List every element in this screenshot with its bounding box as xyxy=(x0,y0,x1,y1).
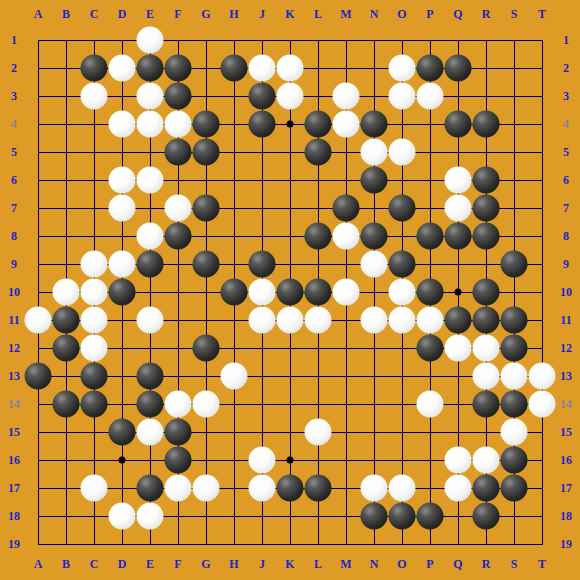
intersection-P10[interactable] xyxy=(416,278,444,306)
intersection-H16[interactable] xyxy=(220,446,248,474)
intersection-O10[interactable] xyxy=(388,278,416,306)
intersection-B6[interactable] xyxy=(52,166,80,194)
intersection-T9[interactable] xyxy=(528,250,556,278)
intersection-N8[interactable] xyxy=(360,222,388,250)
intersection-K2[interactable] xyxy=(276,54,304,82)
intersection-S3[interactable] xyxy=(500,82,528,110)
intersection-H17[interactable] xyxy=(220,474,248,502)
intersection-N19[interactable] xyxy=(360,530,388,558)
intersection-J4[interactable] xyxy=(248,110,276,138)
intersection-T13[interactable] xyxy=(528,362,556,390)
intersection-B10[interactable] xyxy=(52,278,80,306)
intersection-E14[interactable] xyxy=(136,390,164,418)
intersection-M13[interactable] xyxy=(332,362,360,390)
intersection-D9[interactable] xyxy=(108,250,136,278)
intersection-O11[interactable] xyxy=(388,306,416,334)
intersection-O3[interactable] xyxy=(388,82,416,110)
intersection-K12[interactable] xyxy=(276,334,304,362)
intersection-T6[interactable] xyxy=(528,166,556,194)
intersection-S18[interactable] xyxy=(500,502,528,530)
intersection-H7[interactable] xyxy=(220,194,248,222)
intersection-C10[interactable] xyxy=(80,278,108,306)
intersection-R7[interactable] xyxy=(472,194,500,222)
intersection-G4[interactable] xyxy=(192,110,220,138)
intersection-A14[interactable] xyxy=(24,390,52,418)
intersection-R14[interactable] xyxy=(472,390,500,418)
intersection-N2[interactable] xyxy=(360,54,388,82)
intersection-N7[interactable] xyxy=(360,194,388,222)
intersection-O12[interactable] xyxy=(388,334,416,362)
intersection-R19[interactable] xyxy=(472,530,500,558)
intersection-F7[interactable] xyxy=(164,194,192,222)
intersection-S9[interactable] xyxy=(500,250,528,278)
intersection-H5[interactable] xyxy=(220,138,248,166)
intersection-C1[interactable] xyxy=(80,26,108,54)
intersection-G7[interactable] xyxy=(192,194,220,222)
intersection-C3[interactable] xyxy=(80,82,108,110)
intersection-D10[interactable] xyxy=(108,278,136,306)
intersection-G1[interactable] xyxy=(192,26,220,54)
intersection-C5[interactable] xyxy=(80,138,108,166)
intersection-T1[interactable] xyxy=(528,26,556,54)
intersection-E4[interactable] xyxy=(136,110,164,138)
intersection-N11[interactable] xyxy=(360,306,388,334)
intersection-Q13[interactable] xyxy=(444,362,472,390)
intersection-C2[interactable] xyxy=(80,54,108,82)
intersection-E16[interactable] xyxy=(136,446,164,474)
intersection-K10[interactable] xyxy=(276,278,304,306)
intersection-H12[interactable] xyxy=(220,334,248,362)
intersection-L14[interactable] xyxy=(304,390,332,418)
intersection-M1[interactable] xyxy=(332,26,360,54)
intersection-S17[interactable] xyxy=(500,474,528,502)
intersection-R13[interactable] xyxy=(472,362,500,390)
intersection-S7[interactable] xyxy=(500,194,528,222)
intersection-H1[interactable] xyxy=(220,26,248,54)
intersection-G17[interactable] xyxy=(192,474,220,502)
intersection-D19[interactable] xyxy=(108,530,136,558)
intersection-F10[interactable] xyxy=(164,278,192,306)
intersection-Q17[interactable] xyxy=(444,474,472,502)
intersection-R1[interactable] xyxy=(472,26,500,54)
intersection-T2[interactable] xyxy=(528,54,556,82)
intersection-P12[interactable] xyxy=(416,334,444,362)
intersection-J12[interactable] xyxy=(248,334,276,362)
intersection-E12[interactable] xyxy=(136,334,164,362)
intersection-A13[interactable] xyxy=(24,362,52,390)
intersection-K4[interactable] xyxy=(276,110,304,138)
intersection-S13[interactable] xyxy=(500,362,528,390)
intersection-J11[interactable] xyxy=(248,306,276,334)
intersection-M9[interactable] xyxy=(332,250,360,278)
intersection-P11[interactable] xyxy=(416,306,444,334)
intersection-F6[interactable] xyxy=(164,166,192,194)
intersection-E9[interactable] xyxy=(136,250,164,278)
intersection-T18[interactable] xyxy=(528,502,556,530)
intersection-B15[interactable] xyxy=(52,418,80,446)
intersection-M7[interactable] xyxy=(332,194,360,222)
intersection-A10[interactable] xyxy=(24,278,52,306)
intersection-D18[interactable] xyxy=(108,502,136,530)
intersection-O7[interactable] xyxy=(388,194,416,222)
intersection-E2[interactable] xyxy=(136,54,164,82)
intersection-Q3[interactable] xyxy=(444,82,472,110)
intersection-B1[interactable] xyxy=(52,26,80,54)
intersection-C14[interactable] xyxy=(80,390,108,418)
intersection-R4[interactable] xyxy=(472,110,500,138)
intersection-H6[interactable] xyxy=(220,166,248,194)
intersection-A15[interactable] xyxy=(24,418,52,446)
intersection-J14[interactable] xyxy=(248,390,276,418)
intersection-J16[interactable] xyxy=(248,446,276,474)
intersection-M12[interactable] xyxy=(332,334,360,362)
intersection-F16[interactable] xyxy=(164,446,192,474)
intersection-C4[interactable] xyxy=(80,110,108,138)
intersection-H10[interactable] xyxy=(220,278,248,306)
intersection-C11[interactable] xyxy=(80,306,108,334)
intersection-M19[interactable] xyxy=(332,530,360,558)
intersection-R12[interactable] xyxy=(472,334,500,362)
intersection-L12[interactable] xyxy=(304,334,332,362)
intersection-D2[interactable] xyxy=(108,54,136,82)
intersection-R6[interactable] xyxy=(472,166,500,194)
intersection-F4[interactable] xyxy=(164,110,192,138)
intersection-M16[interactable] xyxy=(332,446,360,474)
intersection-H9[interactable] xyxy=(220,250,248,278)
intersection-K16[interactable] xyxy=(276,446,304,474)
intersection-N16[interactable] xyxy=(360,446,388,474)
intersection-B14[interactable] xyxy=(52,390,80,418)
intersection-N13[interactable] xyxy=(360,362,388,390)
intersection-G16[interactable] xyxy=(192,446,220,474)
intersection-A17[interactable] xyxy=(24,474,52,502)
intersection-P2[interactable] xyxy=(416,54,444,82)
intersection-K3[interactable] xyxy=(276,82,304,110)
intersection-F14[interactable] xyxy=(164,390,192,418)
intersection-A18[interactable] xyxy=(24,502,52,530)
intersection-H14[interactable] xyxy=(220,390,248,418)
intersection-R2[interactable] xyxy=(472,54,500,82)
intersection-Q4[interactable] xyxy=(444,110,472,138)
intersection-R18[interactable] xyxy=(472,502,500,530)
intersection-K15[interactable] xyxy=(276,418,304,446)
intersection-L5[interactable] xyxy=(304,138,332,166)
intersection-S11[interactable] xyxy=(500,306,528,334)
intersection-M10[interactable] xyxy=(332,278,360,306)
intersection-J9[interactable] xyxy=(248,250,276,278)
intersection-A9[interactable] xyxy=(24,250,52,278)
intersection-Q10[interactable] xyxy=(444,278,472,306)
intersection-D4[interactable] xyxy=(108,110,136,138)
intersection-Q12[interactable] xyxy=(444,334,472,362)
intersection-J5[interactable] xyxy=(248,138,276,166)
intersection-K14[interactable] xyxy=(276,390,304,418)
intersection-R9[interactable] xyxy=(472,250,500,278)
intersection-L1[interactable] xyxy=(304,26,332,54)
intersection-J2[interactable] xyxy=(248,54,276,82)
intersection-M2[interactable] xyxy=(332,54,360,82)
intersection-K19[interactable] xyxy=(276,530,304,558)
intersection-T15[interactable] xyxy=(528,418,556,446)
intersection-B4[interactable] xyxy=(52,110,80,138)
intersection-F9[interactable] xyxy=(164,250,192,278)
intersection-E7[interactable] xyxy=(136,194,164,222)
intersection-F11[interactable] xyxy=(164,306,192,334)
intersection-N14[interactable] xyxy=(360,390,388,418)
intersection-O17[interactable] xyxy=(388,474,416,502)
intersection-T4[interactable] xyxy=(528,110,556,138)
intersection-K5[interactable] xyxy=(276,138,304,166)
intersection-B2[interactable] xyxy=(52,54,80,82)
intersection-P17[interactable] xyxy=(416,474,444,502)
intersection-C15[interactable] xyxy=(80,418,108,446)
intersection-D3[interactable] xyxy=(108,82,136,110)
intersection-O14[interactable] xyxy=(388,390,416,418)
intersection-C7[interactable] xyxy=(80,194,108,222)
intersection-K18[interactable] xyxy=(276,502,304,530)
intersection-M6[interactable] xyxy=(332,166,360,194)
intersection-L16[interactable] xyxy=(304,446,332,474)
intersection-G2[interactable] xyxy=(192,54,220,82)
intersection-P9[interactable] xyxy=(416,250,444,278)
intersection-R15[interactable] xyxy=(472,418,500,446)
intersection-M8[interactable] xyxy=(332,222,360,250)
intersection-D11[interactable] xyxy=(108,306,136,334)
intersection-D1[interactable] xyxy=(108,26,136,54)
intersection-N12[interactable] xyxy=(360,334,388,362)
intersection-N4[interactable] xyxy=(360,110,388,138)
intersection-D14[interactable] xyxy=(108,390,136,418)
intersection-R3[interactable] xyxy=(472,82,500,110)
intersection-Q2[interactable] xyxy=(444,54,472,82)
intersection-T10[interactable] xyxy=(528,278,556,306)
intersection-P18[interactable] xyxy=(416,502,444,530)
intersection-F13[interactable] xyxy=(164,362,192,390)
intersection-B7[interactable] xyxy=(52,194,80,222)
intersection-S19[interactable] xyxy=(500,530,528,558)
intersection-D5[interactable] xyxy=(108,138,136,166)
intersection-O6[interactable] xyxy=(388,166,416,194)
intersection-L17[interactable] xyxy=(304,474,332,502)
intersection-Q18[interactable] xyxy=(444,502,472,530)
intersection-S8[interactable] xyxy=(500,222,528,250)
intersection-A12[interactable] xyxy=(24,334,52,362)
intersection-A16[interactable] xyxy=(24,446,52,474)
intersection-S16[interactable] xyxy=(500,446,528,474)
intersection-A19[interactable] xyxy=(24,530,52,558)
intersection-G6[interactable] xyxy=(192,166,220,194)
intersection-T17[interactable] xyxy=(528,474,556,502)
intersection-E13[interactable] xyxy=(136,362,164,390)
intersection-G3[interactable] xyxy=(192,82,220,110)
intersection-R17[interactable] xyxy=(472,474,500,502)
intersection-R11[interactable] xyxy=(472,306,500,334)
intersection-Q16[interactable] xyxy=(444,446,472,474)
intersection-G12[interactable] xyxy=(192,334,220,362)
intersection-N18[interactable] xyxy=(360,502,388,530)
intersection-D7[interactable] xyxy=(108,194,136,222)
intersection-R16[interactable] xyxy=(472,446,500,474)
intersection-F8[interactable] xyxy=(164,222,192,250)
intersection-H15[interactable] xyxy=(220,418,248,446)
intersection-E19[interactable] xyxy=(136,530,164,558)
intersection-P7[interactable] xyxy=(416,194,444,222)
intersection-F15[interactable] xyxy=(164,418,192,446)
intersection-L19[interactable] xyxy=(304,530,332,558)
intersection-M11[interactable] xyxy=(332,306,360,334)
intersection-S12[interactable] xyxy=(500,334,528,362)
intersection-F1[interactable] xyxy=(164,26,192,54)
intersection-J8[interactable] xyxy=(248,222,276,250)
intersection-P1[interactable] xyxy=(416,26,444,54)
intersection-O15[interactable] xyxy=(388,418,416,446)
intersection-T16[interactable] xyxy=(528,446,556,474)
intersection-C6[interactable] xyxy=(80,166,108,194)
intersection-B13[interactable] xyxy=(52,362,80,390)
intersection-L7[interactable] xyxy=(304,194,332,222)
intersection-H2[interactable] xyxy=(220,54,248,82)
intersection-L10[interactable] xyxy=(304,278,332,306)
intersection-P4[interactable] xyxy=(416,110,444,138)
intersection-G15[interactable] xyxy=(192,418,220,446)
intersection-A6[interactable] xyxy=(24,166,52,194)
intersection-L8[interactable] xyxy=(304,222,332,250)
intersection-F19[interactable] xyxy=(164,530,192,558)
intersection-H11[interactable] xyxy=(220,306,248,334)
intersection-P5[interactable] xyxy=(416,138,444,166)
intersection-F3[interactable] xyxy=(164,82,192,110)
intersection-O8[interactable] xyxy=(388,222,416,250)
intersection-F5[interactable] xyxy=(164,138,192,166)
intersection-E10[interactable] xyxy=(136,278,164,306)
intersection-P15[interactable] xyxy=(416,418,444,446)
intersection-H18[interactable] xyxy=(220,502,248,530)
intersection-F18[interactable] xyxy=(164,502,192,530)
intersection-E5[interactable] xyxy=(136,138,164,166)
intersection-G14[interactable] xyxy=(192,390,220,418)
intersection-C12[interactable] xyxy=(80,334,108,362)
intersection-C19[interactable] xyxy=(80,530,108,558)
intersection-N1[interactable] xyxy=(360,26,388,54)
intersection-R10[interactable] xyxy=(472,278,500,306)
intersection-K17[interactable] xyxy=(276,474,304,502)
intersection-P8[interactable] xyxy=(416,222,444,250)
intersection-B12[interactable] xyxy=(52,334,80,362)
intersection-S14[interactable] xyxy=(500,390,528,418)
intersection-C18[interactable] xyxy=(80,502,108,530)
intersection-F2[interactable] xyxy=(164,54,192,82)
intersection-A7[interactable] xyxy=(24,194,52,222)
intersection-A1[interactable] xyxy=(24,26,52,54)
intersection-E11[interactable] xyxy=(136,306,164,334)
intersection-L11[interactable] xyxy=(304,306,332,334)
intersection-J1[interactable] xyxy=(248,26,276,54)
intersection-J18[interactable] xyxy=(248,502,276,530)
intersection-B11[interactable] xyxy=(52,306,80,334)
intersection-D17[interactable] xyxy=(108,474,136,502)
intersection-H3[interactable] xyxy=(220,82,248,110)
intersection-L15[interactable] xyxy=(304,418,332,446)
intersection-M4[interactable] xyxy=(332,110,360,138)
intersection-G9[interactable] xyxy=(192,250,220,278)
intersection-P6[interactable] xyxy=(416,166,444,194)
intersection-O5[interactable] xyxy=(388,138,416,166)
intersection-J19[interactable] xyxy=(248,530,276,558)
intersection-H19[interactable] xyxy=(220,530,248,558)
intersection-B19[interactable] xyxy=(52,530,80,558)
intersection-H4[interactable] xyxy=(220,110,248,138)
intersection-L18[interactable] xyxy=(304,502,332,530)
intersection-T14[interactable] xyxy=(528,390,556,418)
intersection-P3[interactable] xyxy=(416,82,444,110)
intersection-C8[interactable] xyxy=(80,222,108,250)
intersection-D15[interactable] xyxy=(108,418,136,446)
intersection-Q15[interactable] xyxy=(444,418,472,446)
intersection-S1[interactable] xyxy=(500,26,528,54)
intersection-F17[interactable] xyxy=(164,474,192,502)
intersection-K9[interactable] xyxy=(276,250,304,278)
intersection-S5[interactable] xyxy=(500,138,528,166)
intersection-T12[interactable] xyxy=(528,334,556,362)
intersection-T3[interactable] xyxy=(528,82,556,110)
intersection-K7[interactable] xyxy=(276,194,304,222)
intersection-S15[interactable] xyxy=(500,418,528,446)
intersection-P13[interactable] xyxy=(416,362,444,390)
intersection-T5[interactable] xyxy=(528,138,556,166)
intersection-Q1[interactable] xyxy=(444,26,472,54)
intersection-J6[interactable] xyxy=(248,166,276,194)
intersection-M17[interactable] xyxy=(332,474,360,502)
intersection-H13[interactable] xyxy=(220,362,248,390)
intersection-E18[interactable] xyxy=(136,502,164,530)
intersection-L4[interactable] xyxy=(304,110,332,138)
intersection-N17[interactable] xyxy=(360,474,388,502)
intersection-C16[interactable] xyxy=(80,446,108,474)
intersection-Q8[interactable] xyxy=(444,222,472,250)
intersection-D13[interactable] xyxy=(108,362,136,390)
intersection-R8[interactable] xyxy=(472,222,500,250)
intersection-S10[interactable] xyxy=(500,278,528,306)
intersection-M18[interactable] xyxy=(332,502,360,530)
intersection-J17[interactable] xyxy=(248,474,276,502)
intersection-K6[interactable] xyxy=(276,166,304,194)
intersection-H8[interactable] xyxy=(220,222,248,250)
intersection-B3[interactable] xyxy=(52,82,80,110)
intersection-S2[interactable] xyxy=(500,54,528,82)
intersection-E15[interactable] xyxy=(136,418,164,446)
intersection-T7[interactable] xyxy=(528,194,556,222)
intersection-O1[interactable] xyxy=(388,26,416,54)
intersection-M14[interactable] xyxy=(332,390,360,418)
intersection-T11[interactable] xyxy=(528,306,556,334)
intersection-E3[interactable] xyxy=(136,82,164,110)
intersection-D16[interactable] xyxy=(108,446,136,474)
intersection-N6[interactable] xyxy=(360,166,388,194)
intersection-J15[interactable] xyxy=(248,418,276,446)
intersection-F12[interactable] xyxy=(164,334,192,362)
intersection-K11[interactable] xyxy=(276,306,304,334)
intersection-O16[interactable] xyxy=(388,446,416,474)
intersection-O13[interactable] xyxy=(388,362,416,390)
intersection-C17[interactable] xyxy=(80,474,108,502)
intersection-A11[interactable] xyxy=(24,306,52,334)
intersection-O18[interactable] xyxy=(388,502,416,530)
intersection-J3[interactable] xyxy=(248,82,276,110)
intersection-G18[interactable] xyxy=(192,502,220,530)
intersection-G10[interactable] xyxy=(192,278,220,306)
intersection-J13[interactable] xyxy=(248,362,276,390)
intersection-G13[interactable] xyxy=(192,362,220,390)
